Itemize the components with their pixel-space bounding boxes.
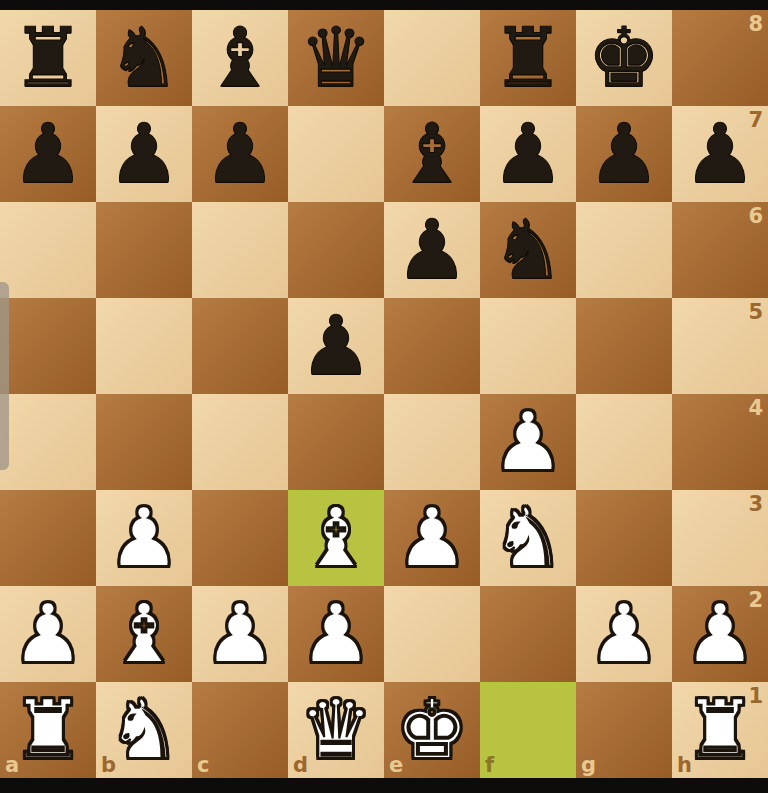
square-g4[interactable] <box>576 394 672 490</box>
square-g5[interactable] <box>576 298 672 394</box>
square-c1[interactable]: c <box>192 682 288 778</box>
edge-drawer-handle[interactable] <box>0 282 9 470</box>
black-rook[interactable]: ♜ <box>480 10 576 106</box>
black-pawn[interactable]: ♟ <box>0 106 96 202</box>
white-knight[interactable]: ♞ <box>96 682 192 778</box>
black-bishop[interactable]: ♝ <box>384 106 480 202</box>
square-h3[interactable]: 3 <box>672 490 768 586</box>
square-c4[interactable] <box>192 394 288 490</box>
square-e6[interactable]: ♟ <box>384 202 480 298</box>
black-knight[interactable]: ♞ <box>480 202 576 298</box>
square-b6[interactable] <box>96 202 192 298</box>
square-d5[interactable]: ♟ <box>288 298 384 394</box>
square-e8[interactable] <box>384 10 480 106</box>
square-b1[interactable]: ♞b <box>96 682 192 778</box>
square-h6[interactable]: 6 <box>672 202 768 298</box>
black-pawn[interactable]: ♟ <box>480 106 576 202</box>
square-b5[interactable] <box>96 298 192 394</box>
square-b8[interactable]: ♞ <box>96 10 192 106</box>
rank-label-4: 4 <box>748 398 763 419</box>
file-label-f: f <box>485 755 494 776</box>
square-e1[interactable]: ♚e <box>384 682 480 778</box>
square-e4[interactable] <box>384 394 480 490</box>
square-g1[interactable]: g <box>576 682 672 778</box>
square-f4[interactable]: ♟ <box>480 394 576 490</box>
black-pawn[interactable]: ♟ <box>384 202 480 298</box>
square-a1[interactable]: ♜a <box>0 682 96 778</box>
square-b2[interactable]: ♝ <box>96 586 192 682</box>
square-e5[interactable] <box>384 298 480 394</box>
white-bishop[interactable]: ♝ <box>96 586 192 682</box>
white-rook[interactable]: ♜ <box>0 682 96 778</box>
square-a5[interactable] <box>0 298 96 394</box>
white-bishop[interactable]: ♝ <box>288 490 384 586</box>
square-h5[interactable]: 5 <box>672 298 768 394</box>
white-rook[interactable]: ♜ <box>672 682 768 778</box>
square-h4[interactable]: 4 <box>672 394 768 490</box>
square-g7[interactable]: ♟ <box>576 106 672 202</box>
square-g8[interactable]: ♚ <box>576 10 672 106</box>
square-d7[interactable] <box>288 106 384 202</box>
square-a7[interactable]: ♟ <box>0 106 96 202</box>
square-a2[interactable]: ♟ <box>0 586 96 682</box>
square-d1[interactable]: ♛d <box>288 682 384 778</box>
square-f7[interactable]: ♟ <box>480 106 576 202</box>
square-f8[interactable]: ♜ <box>480 10 576 106</box>
square-c3[interactable] <box>192 490 288 586</box>
black-king[interactable]: ♚ <box>576 10 672 106</box>
rank-label-5: 5 <box>748 302 763 323</box>
black-pawn[interactable]: ♟ <box>672 106 768 202</box>
black-pawn[interactable]: ♟ <box>96 106 192 202</box>
square-e3[interactable]: ♟ <box>384 490 480 586</box>
square-h7[interactable]: ♟7 <box>672 106 768 202</box>
square-a6[interactable] <box>0 202 96 298</box>
square-d6[interactable] <box>288 202 384 298</box>
white-knight[interactable]: ♞ <box>480 490 576 586</box>
square-a3[interactable] <box>0 490 96 586</box>
white-pawn[interactable]: ♟ <box>288 586 384 682</box>
rank-label-3: 3 <box>748 494 763 515</box>
white-pawn[interactable]: ♟ <box>672 586 768 682</box>
black-bishop[interactable]: ♝ <box>192 10 288 106</box>
black-knight[interactable]: ♞ <box>96 10 192 106</box>
white-king[interactable]: ♚ <box>384 682 480 778</box>
white-pawn[interactable]: ♟ <box>480 394 576 490</box>
square-b4[interactable] <box>96 394 192 490</box>
square-g2[interactable]: ♟ <box>576 586 672 682</box>
square-d2[interactable]: ♟ <box>288 586 384 682</box>
square-c6[interactable] <box>192 202 288 298</box>
square-e2[interactable] <box>384 586 480 682</box>
white-pawn[interactable]: ♟ <box>576 586 672 682</box>
square-d8[interactable]: ♛ <box>288 10 384 106</box>
square-e7[interactable]: ♝ <box>384 106 480 202</box>
square-h1[interactable]: ♜1h <box>672 682 768 778</box>
square-g3[interactable] <box>576 490 672 586</box>
square-d4[interactable] <box>288 394 384 490</box>
black-pawn[interactable]: ♟ <box>192 106 288 202</box>
square-f1[interactable]: f <box>480 682 576 778</box>
square-g6[interactable] <box>576 202 672 298</box>
square-b7[interactable]: ♟ <box>96 106 192 202</box>
file-label-g: g <box>581 755 596 776</box>
square-a4[interactable] <box>0 394 96 490</box>
white-pawn[interactable]: ♟ <box>0 586 96 682</box>
square-c5[interactable] <box>192 298 288 394</box>
square-f3[interactable]: ♞ <box>480 490 576 586</box>
square-a8[interactable]: ♜ <box>0 10 96 106</box>
rank-label-6: 6 <box>748 206 763 227</box>
square-f2[interactable] <box>480 586 576 682</box>
square-f5[interactable] <box>480 298 576 394</box>
square-c2[interactable]: ♟ <box>192 586 288 682</box>
black-pawn[interactable]: ♟ <box>288 298 384 394</box>
rank-label-8: 8 <box>748 14 763 35</box>
square-b3[interactable]: ♟ <box>96 490 192 586</box>
letterbox-top <box>0 0 768 10</box>
white-pawn[interactable]: ♟ <box>96 490 192 586</box>
square-c7[interactable]: ♟ <box>192 106 288 202</box>
white-queen[interactable]: ♛ <box>288 682 384 778</box>
chess-board[interactable]: ♜♞♝♛♜♚8♟♟♟♝♟♟♟7♟♞6♟5♟4♟♝♟♞3♟♝♟♟♟♟2♜a♞bc♛… <box>0 10 768 778</box>
black-pawn[interactable]: ♟ <box>576 106 672 202</box>
square-d3[interactable]: ♝ <box>288 490 384 586</box>
square-c8[interactable]: ♝ <box>192 10 288 106</box>
letterbox-bottom <box>0 778 768 793</box>
white-pawn[interactable]: ♟ <box>192 586 288 682</box>
square-h8[interactable]: 8 <box>672 10 768 106</box>
black-queen[interactable]: ♛ <box>288 10 384 106</box>
square-h2[interactable]: ♟2 <box>672 586 768 682</box>
white-pawn[interactable]: ♟ <box>384 490 480 586</box>
square-f6[interactable]: ♞ <box>480 202 576 298</box>
black-rook[interactable]: ♜ <box>0 10 96 106</box>
file-label-c: c <box>197 755 209 776</box>
